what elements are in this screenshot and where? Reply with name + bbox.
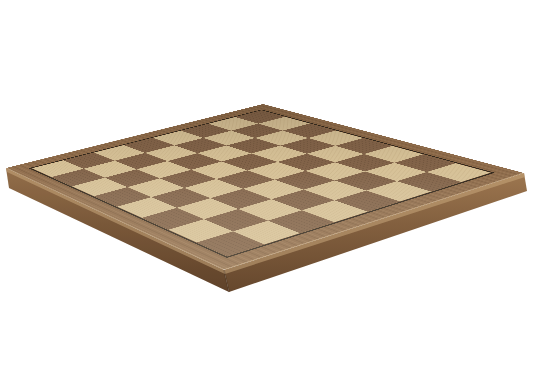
photo-background bbox=[0, 0, 533, 370]
